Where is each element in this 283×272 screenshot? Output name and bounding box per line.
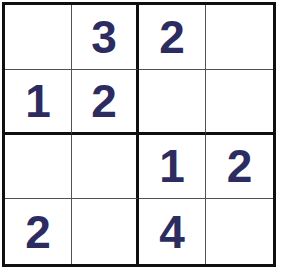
sudoku-board: 3 2 1 2 1 2 2 4: [2, 2, 276, 267]
cell-r4c4[interactable]: [206, 199, 273, 264]
sudoku-page: 3 2 1 2 1 2 2 4: [0, 0, 283, 272]
cell-r3c1[interactable]: [5, 135, 72, 200]
cell-r4c2[interactable]: [72, 199, 139, 264]
cell-r3c2[interactable]: [72, 135, 139, 200]
cell-r3c3[interactable]: 1: [139, 135, 206, 200]
cell-r2c3[interactable]: [139, 70, 206, 135]
cell-r4c3[interactable]: 4: [139, 199, 206, 264]
cell-r1c3[interactable]: 2: [139, 5, 206, 70]
cell-r4c1[interactable]: 2: [5, 199, 72, 264]
cell-r3c4[interactable]: 2: [206, 135, 273, 200]
cell-r2c2[interactable]: 2: [72, 70, 139, 135]
cell-r1c2[interactable]: 3: [72, 5, 139, 70]
cell-r1c1[interactable]: [5, 5, 72, 70]
cell-r1c4[interactable]: [206, 5, 273, 70]
cell-r2c1[interactable]: 1: [5, 70, 72, 135]
cell-r2c4[interactable]: [206, 70, 273, 135]
